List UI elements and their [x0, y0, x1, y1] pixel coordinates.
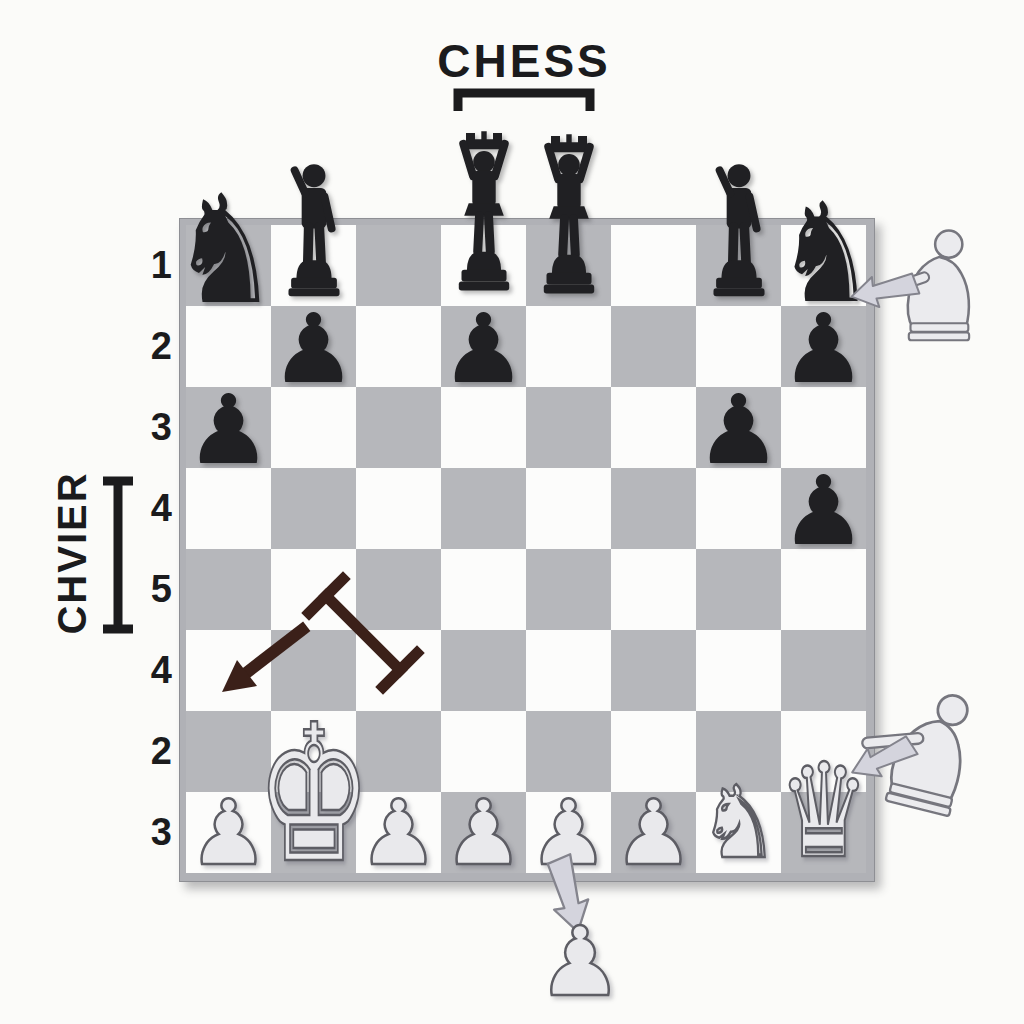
square-h1[interactable] — [781, 225, 866, 306]
square-f1[interactable] — [611, 225, 696, 306]
square-b1[interactable] — [271, 225, 356, 306]
square-d7[interactable] — [441, 711, 526, 792]
square-c3[interactable] — [356, 387, 441, 468]
square-g5[interactable] — [696, 549, 781, 630]
square-c4[interactable] — [356, 468, 441, 549]
square-c2[interactable] — [356, 306, 441, 387]
row-label-8: 3 — [128, 792, 178, 873]
square-f7[interactable] — [611, 711, 696, 792]
square-d8[interactable] — [441, 792, 526, 873]
square-c1[interactable] — [356, 225, 441, 306]
square-g2[interactable] — [696, 306, 781, 387]
square-b6[interactable] — [271, 630, 356, 711]
pushing-figure-top-right — [880, 231, 969, 341]
square-g6[interactable] — [696, 630, 781, 711]
square-d3[interactable] — [441, 387, 526, 468]
square-e3[interactable] — [526, 387, 611, 468]
square-g3[interactable] — [696, 387, 781, 468]
square-h3[interactable] — [781, 387, 866, 468]
square-h7[interactable] — [781, 711, 866, 792]
row-labels: 12345423 — [128, 225, 178, 873]
square-d1[interactable] — [441, 225, 526, 306]
square-h5[interactable] — [781, 549, 866, 630]
square-a3[interactable] — [186, 387, 271, 468]
square-h8[interactable] — [781, 792, 866, 873]
square-h2[interactable] — [781, 306, 866, 387]
square-a2[interactable] — [186, 306, 271, 387]
square-a6[interactable] — [186, 630, 271, 711]
row-label-1: 1 — [128, 225, 178, 306]
row-label-4: 4 — [128, 468, 178, 549]
square-f2[interactable] — [611, 306, 696, 387]
chess-illustration: CHESS CHVIER 12345423 ♞♞♟♟♟♟♟♟♟♚♟♟♟♟♞♛ — [0, 0, 1024, 1024]
square-g1[interactable] — [696, 225, 781, 306]
square-e4[interactable] — [526, 468, 611, 549]
square-b5[interactable] — [271, 549, 356, 630]
square-b7[interactable] — [271, 711, 356, 792]
square-h4[interactable] — [781, 468, 866, 549]
row-label-3: 3 — [128, 387, 178, 468]
square-g8[interactable] — [696, 792, 781, 873]
row-label-6: 4 — [128, 630, 178, 711]
square-a5[interactable] — [186, 549, 271, 630]
square-b2[interactable] — [271, 306, 356, 387]
square-c6[interactable] — [356, 630, 441, 711]
square-f6[interactable] — [611, 630, 696, 711]
square-f3[interactable] — [611, 387, 696, 468]
square-a4[interactable] — [186, 468, 271, 549]
row-label-5: 5 — [128, 549, 178, 630]
board-grid — [186, 225, 866, 873]
square-d5[interactable] — [441, 549, 526, 630]
square-e2[interactable] — [526, 306, 611, 387]
square-e5[interactable] — [526, 549, 611, 630]
square-h6[interactable] — [781, 630, 866, 711]
page-title: CHESS — [437, 34, 610, 88]
square-e1[interactable] — [526, 225, 611, 306]
square-b8[interactable] — [271, 792, 356, 873]
square-c5[interactable] — [356, 549, 441, 630]
title-bracket — [458, 93, 590, 111]
square-f4[interactable] — [611, 468, 696, 549]
square-a1[interactable] — [186, 225, 271, 306]
side-label: CHVIER — [50, 471, 95, 634]
square-e7[interactable] — [526, 711, 611, 792]
square-g7[interactable] — [696, 711, 781, 792]
square-b4[interactable] — [271, 468, 356, 549]
piece-white-pawn[interactable]: ♟ — [537, 914, 623, 1010]
square-d2[interactable] — [441, 306, 526, 387]
row-label-2: 2 — [128, 306, 178, 387]
square-f8[interactable] — [611, 792, 696, 873]
square-e8[interactable] — [526, 792, 611, 873]
square-c8[interactable] — [356, 792, 441, 873]
square-d4[interactable] — [441, 468, 526, 549]
square-g4[interactable] — [696, 468, 781, 549]
square-d6[interactable] — [441, 630, 526, 711]
square-a8[interactable] — [186, 792, 271, 873]
square-b3[interactable] — [271, 387, 356, 468]
square-f5[interactable] — [611, 549, 696, 630]
square-a7[interactable] — [186, 711, 271, 792]
row-label-7: 2 — [128, 711, 178, 792]
square-e6[interactable] — [526, 630, 611, 711]
square-c7[interactable] — [356, 711, 441, 792]
